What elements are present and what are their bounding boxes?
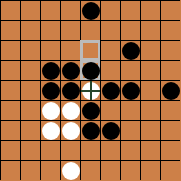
cell-8-5[interactable]	[100, 160, 120, 180]
cell-8-8[interactable]	[160, 160, 180, 180]
cell-0-7[interactable]	[140, 0, 160, 20]
black-stone	[42, 62, 60, 80]
black-stone	[82, 2, 100, 20]
cell-7-6[interactable]	[120, 140, 140, 160]
cell-8-0[interactable]	[0, 160, 20, 180]
cell-2-4[interactable]	[80, 40, 100, 60]
go-board	[0, 0, 181, 181]
cell-7-1[interactable]	[20, 140, 40, 160]
black-stone	[82, 102, 100, 120]
cell-3-1[interactable]	[20, 60, 40, 80]
cell-1-5[interactable]	[100, 20, 120, 40]
cell-6-0[interactable]	[0, 120, 20, 140]
cell-4-7[interactable]	[140, 80, 160, 100]
cell-1-1[interactable]	[20, 20, 40, 40]
cell-2-6[interactable]	[120, 40, 140, 60]
cell-1-4[interactable]	[80, 20, 100, 40]
cell-4-0[interactable]	[0, 80, 20, 100]
cell-1-0[interactable]	[0, 20, 20, 40]
black-stone	[122, 42, 140, 60]
white-stone	[42, 102, 60, 120]
cell-0-0[interactable]	[0, 0, 20, 20]
cell-2-0[interactable]	[0, 40, 20, 60]
cell-1-2[interactable]	[40, 20, 60, 40]
white-stone	[42, 122, 60, 140]
cell-4-1[interactable]	[20, 80, 40, 100]
cell-1-3[interactable]	[60, 20, 80, 40]
cell-6-7[interactable]	[140, 120, 160, 140]
white-stone	[62, 102, 80, 120]
cell-7-7[interactable]	[140, 140, 160, 160]
cell-3-4[interactable]	[80, 60, 100, 80]
cell-2-7[interactable]	[140, 40, 160, 60]
cell-5-3[interactable]	[60, 100, 80, 120]
black-stone	[62, 82, 80, 100]
cell-8-2[interactable]	[40, 160, 60, 180]
cell-7-4[interactable]	[80, 140, 100, 160]
cell-0-4[interactable]	[80, 0, 100, 20]
cell-3-3[interactable]	[60, 60, 80, 80]
cell-6-4[interactable]	[80, 120, 100, 140]
black-stone	[82, 62, 100, 80]
cell-0-5[interactable]	[100, 0, 120, 20]
cell-8-1[interactable]	[20, 160, 40, 180]
cell-6-8[interactable]	[160, 120, 180, 140]
cell-3-7[interactable]	[140, 60, 160, 80]
cell-5-0[interactable]	[0, 100, 20, 120]
cell-5-7[interactable]	[140, 100, 160, 120]
cell-4-8[interactable]	[160, 80, 180, 100]
cell-8-6[interactable]	[120, 160, 140, 180]
black-stone	[42, 82, 60, 100]
cell-7-8[interactable]	[160, 140, 180, 160]
white-stone	[62, 162, 80, 180]
cell-3-5[interactable]	[100, 60, 120, 80]
cross-mark-horizontal	[81, 90, 100, 92]
black-stone	[102, 82, 120, 100]
cell-6-6[interactable]	[120, 120, 140, 140]
black-stone	[162, 82, 180, 100]
cell-4-4[interactable]	[80, 80, 100, 100]
cell-0-8[interactable]	[160, 0, 180, 20]
cell-6-1[interactable]	[20, 120, 40, 140]
cell-1-8[interactable]	[160, 20, 180, 40]
cell-7-3[interactable]	[60, 140, 80, 160]
cell-0-2[interactable]	[40, 0, 60, 20]
cell-7-2[interactable]	[40, 140, 60, 160]
cell-5-2[interactable]	[40, 100, 60, 120]
cell-4-5[interactable]	[100, 80, 120, 100]
board-grid	[0, 0, 180, 180]
cell-3-0[interactable]	[0, 60, 20, 80]
cell-8-3[interactable]	[60, 160, 80, 180]
cell-2-2[interactable]	[40, 40, 60, 60]
black-stone	[62, 62, 80, 80]
black-stone	[102, 122, 120, 140]
black-stone	[122, 82, 140, 100]
cell-5-8[interactable]	[160, 100, 180, 120]
cell-2-3[interactable]	[60, 40, 80, 60]
cell-2-8[interactable]	[160, 40, 180, 60]
cell-7-0[interactable]	[0, 140, 20, 160]
black-stone	[82, 122, 100, 140]
cell-5-5[interactable]	[100, 100, 120, 120]
cell-4-3[interactable]	[60, 80, 80, 100]
cell-1-7[interactable]	[140, 20, 160, 40]
cell-2-1[interactable]	[20, 40, 40, 60]
cell-2-5[interactable]	[100, 40, 120, 60]
cell-4-2[interactable]	[40, 80, 60, 100]
white-stone	[62, 122, 80, 140]
cell-0-3[interactable]	[60, 0, 80, 20]
cell-0-1[interactable]	[20, 0, 40, 20]
cell-0-6[interactable]	[120, 0, 140, 20]
cell-5-4[interactable]	[80, 100, 100, 120]
cell-6-2[interactable]	[40, 120, 60, 140]
cell-8-7[interactable]	[140, 160, 160, 180]
cell-8-4[interactable]	[80, 160, 100, 180]
cell-3-8[interactable]	[160, 60, 180, 80]
cell-3-2[interactable]	[40, 60, 60, 80]
cell-7-5[interactable]	[100, 140, 120, 160]
cell-5-6[interactable]	[120, 100, 140, 120]
cell-3-6[interactable]	[120, 60, 140, 80]
cell-5-1[interactable]	[20, 100, 40, 120]
cell-6-3[interactable]	[60, 120, 80, 140]
cell-4-6[interactable]	[120, 80, 140, 100]
cell-1-6[interactable]	[120, 20, 140, 40]
cell-6-5[interactable]	[100, 120, 120, 140]
